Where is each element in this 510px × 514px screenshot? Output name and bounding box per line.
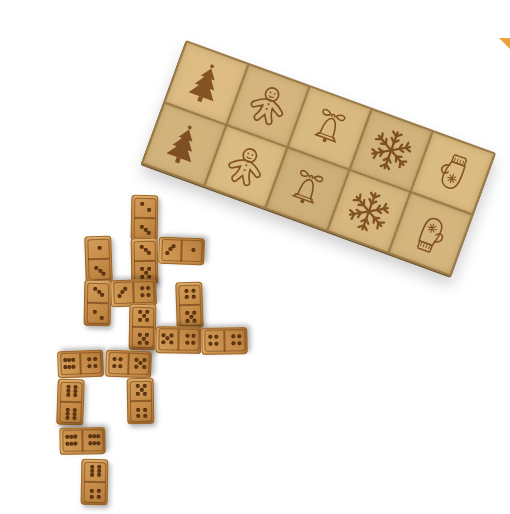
pip: [146, 208, 150, 212]
pip: [71, 364, 75, 368]
domino-half-4: [224, 327, 247, 354]
pip: [96, 441, 100, 445]
domino-half-3: [130, 238, 157, 261]
snowflake-icon: [339, 181, 399, 241]
domino-4-5[interactable]: [175, 282, 204, 329]
pip: [71, 416, 75, 420]
pip: [140, 202, 144, 206]
pip: [90, 473, 94, 477]
domino-6-4[interactable]: [57, 350, 104, 379]
domino-half-6: [56, 402, 84, 426]
pip: [141, 314, 145, 318]
pip: [185, 341, 189, 345]
domino-half-1: [84, 236, 112, 260]
domino-4-4[interactable]: [201, 327, 247, 355]
pip: [231, 334, 235, 338]
domino-half-5: [128, 327, 155, 350]
bell-icon: [299, 98, 359, 158]
pip: [93, 357, 97, 361]
pip: [191, 341, 195, 345]
pip: [135, 384, 139, 388]
pip: [72, 393, 76, 397]
pip: [137, 333, 141, 337]
domino-half-2: [131, 195, 158, 218]
pip: [139, 225, 143, 229]
pip: [137, 310, 141, 314]
pip: [92, 287, 96, 291]
pip: [188, 315, 192, 319]
pip: [71, 358, 75, 362]
pip: [99, 316, 103, 320]
pip: [118, 357, 122, 361]
pip: [184, 289, 188, 293]
pip: [143, 391, 147, 395]
pip: [184, 295, 188, 299]
pip: [191, 334, 195, 338]
pip: [97, 246, 101, 250]
domino-half-4: [133, 279, 157, 307]
pip: [171, 244, 175, 248]
pip: [135, 392, 139, 396]
pip: [161, 340, 165, 344]
pip: [208, 342, 212, 346]
snowflake-icon: [361, 120, 421, 180]
domino-half-5: [176, 305, 204, 329]
pip: [185, 334, 189, 338]
domino-half-3: [158, 237, 182, 265]
pip: [93, 364, 97, 368]
pip: [69, 441, 73, 445]
pip: [92, 441, 96, 445]
pip: [101, 272, 105, 276]
christmas-tree-icon: [176, 53, 236, 113]
pip: [136, 414, 140, 418]
cropped-object-corner: [499, 38, 510, 49]
domino-half-6: [59, 428, 82, 455]
pip: [191, 248, 195, 252]
pip: [136, 408, 140, 412]
pip: [139, 388, 143, 392]
pip: [165, 251, 169, 255]
pip: [66, 393, 70, 397]
domino-half-6: [57, 351, 81, 379]
domino-1-3[interactable]: [84, 236, 113, 283]
pip: [86, 357, 90, 361]
pip: [147, 231, 151, 235]
domino-3-2[interactable]: [83, 280, 111, 326]
domino-half-6: [82, 427, 105, 454]
pip: [92, 310, 96, 314]
pip: [143, 408, 147, 412]
domino-half-4: [80, 482, 107, 505]
pip: [69, 435, 73, 439]
pip: [147, 251, 151, 255]
pip: [92, 435, 96, 439]
domino-half-5: [129, 304, 156, 327]
pip: [137, 341, 141, 345]
pip: [165, 337, 169, 341]
domino-3-1[interactable]: [158, 237, 205, 266]
pip: [73, 441, 77, 445]
pip: [67, 364, 71, 368]
pip: [169, 333, 173, 337]
pip: [142, 358, 146, 362]
domino-6-6[interactable]: [56, 379, 85, 426]
pip: [137, 318, 141, 322]
domino-half-4: [178, 327, 201, 354]
pip: [96, 489, 100, 493]
domino-2-3[interactable]: [130, 195, 158, 241]
pip: [145, 318, 149, 322]
domino-5-5[interactable]: [128, 304, 156, 350]
pip: [214, 342, 218, 346]
pip: [139, 267, 143, 271]
pip: [185, 319, 189, 323]
pip: [184, 311, 188, 315]
domino-half-5: [126, 378, 153, 401]
pip: [191, 288, 195, 292]
pip: [89, 495, 93, 499]
pip: [146, 286, 150, 290]
bell-icon: [277, 159, 337, 219]
pip: [208, 335, 212, 339]
pip: [143, 271, 147, 275]
pip: [143, 414, 147, 418]
mitten-icon: [423, 143, 483, 203]
pip: [144, 341, 148, 345]
pip: [169, 341, 173, 345]
product-photo-scene: [0, 0, 510, 514]
pip: [141, 365, 145, 369]
gingerbread-man-icon: [216, 136, 276, 196]
pip: [73, 435, 77, 439]
domino-half-5: [155, 326, 178, 353]
christmas-tree-icon: [154, 114, 214, 174]
domino-6-4[interactable]: [80, 459, 108, 505]
domino-half-4: [127, 401, 154, 424]
pip: [146, 293, 150, 297]
pip: [123, 286, 127, 290]
pip: [117, 294, 121, 298]
pip: [96, 473, 100, 477]
domino-half-4: [105, 350, 129, 378]
domino-half-4: [80, 350, 104, 378]
pip: [97, 269, 101, 273]
domino-half-4: [201, 328, 224, 355]
pip: [138, 361, 142, 365]
pip: [87, 364, 91, 368]
pip: [143, 248, 147, 252]
domino-half-3: [84, 280, 111, 303]
domino-half-1: [181, 238, 205, 266]
pip: [89, 489, 93, 493]
pip: [112, 364, 116, 368]
pip: [96, 435, 100, 439]
pip: [112, 357, 116, 361]
pip: [65, 416, 69, 420]
pip: [100, 293, 104, 297]
pip: [231, 341, 235, 345]
pip: [118, 364, 122, 368]
domino-6-6[interactable]: [59, 427, 105, 455]
pip: [192, 318, 196, 322]
domino-5-4[interactable]: [126, 378, 154, 424]
domino-half-4: [175, 282, 203, 306]
domino-half-6: [57, 379, 85, 403]
pip: [139, 275, 143, 279]
domino-half-2: [83, 303, 110, 326]
pip: [93, 266, 97, 270]
domino-half-5: [128, 351, 152, 379]
pip: [141, 337, 145, 341]
pip: [140, 293, 144, 297]
pip: [96, 495, 100, 499]
domino-4-5[interactable]: [105, 350, 152, 379]
domino-5-4[interactable]: [155, 326, 201, 354]
mitten-icon: [401, 204, 461, 264]
pip: [191, 295, 195, 299]
pip: [214, 335, 218, 339]
pip: [237, 341, 241, 345]
pip: [139, 245, 143, 249]
gingerbread-man-icon: [238, 75, 298, 135]
domino-3-5[interactable]: [130, 238, 158, 284]
pip: [139, 286, 143, 290]
domino-half-6: [81, 459, 108, 482]
pip: [134, 365, 138, 369]
pip: [237, 334, 241, 338]
